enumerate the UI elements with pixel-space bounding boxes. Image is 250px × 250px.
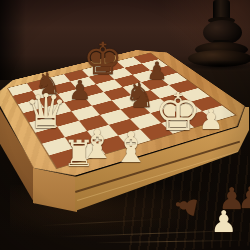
candlestick-shadow: [183, 60, 250, 71]
chess-photo-scene: ♚♞♟♟♞♛♚♟♝♝♜♟♟♟♟: [0, 0, 250, 250]
white-rook-a1[interactable]: ♜: [63, 136, 95, 172]
captured-black-pawn[interactable]: ♟: [170, 191, 201, 220]
wall-shadow: [0, 0, 26, 80]
white-king-f2[interactable]: ♚: [155, 86, 202, 138]
white-pawn-g2[interactable]: ♟: [198, 106, 223, 134]
captured-white-pawn[interactable]: ♟: [211, 207, 238, 237]
white-queen-a4[interactable]: ♛: [24, 87, 67, 135]
white-bishop-d1[interactable]: ♝: [112, 127, 150, 169]
black-knight-e3[interactable]: ♞: [125, 78, 155, 112]
black-pawn-c6[interactable]: ♟: [68, 77, 91, 103]
